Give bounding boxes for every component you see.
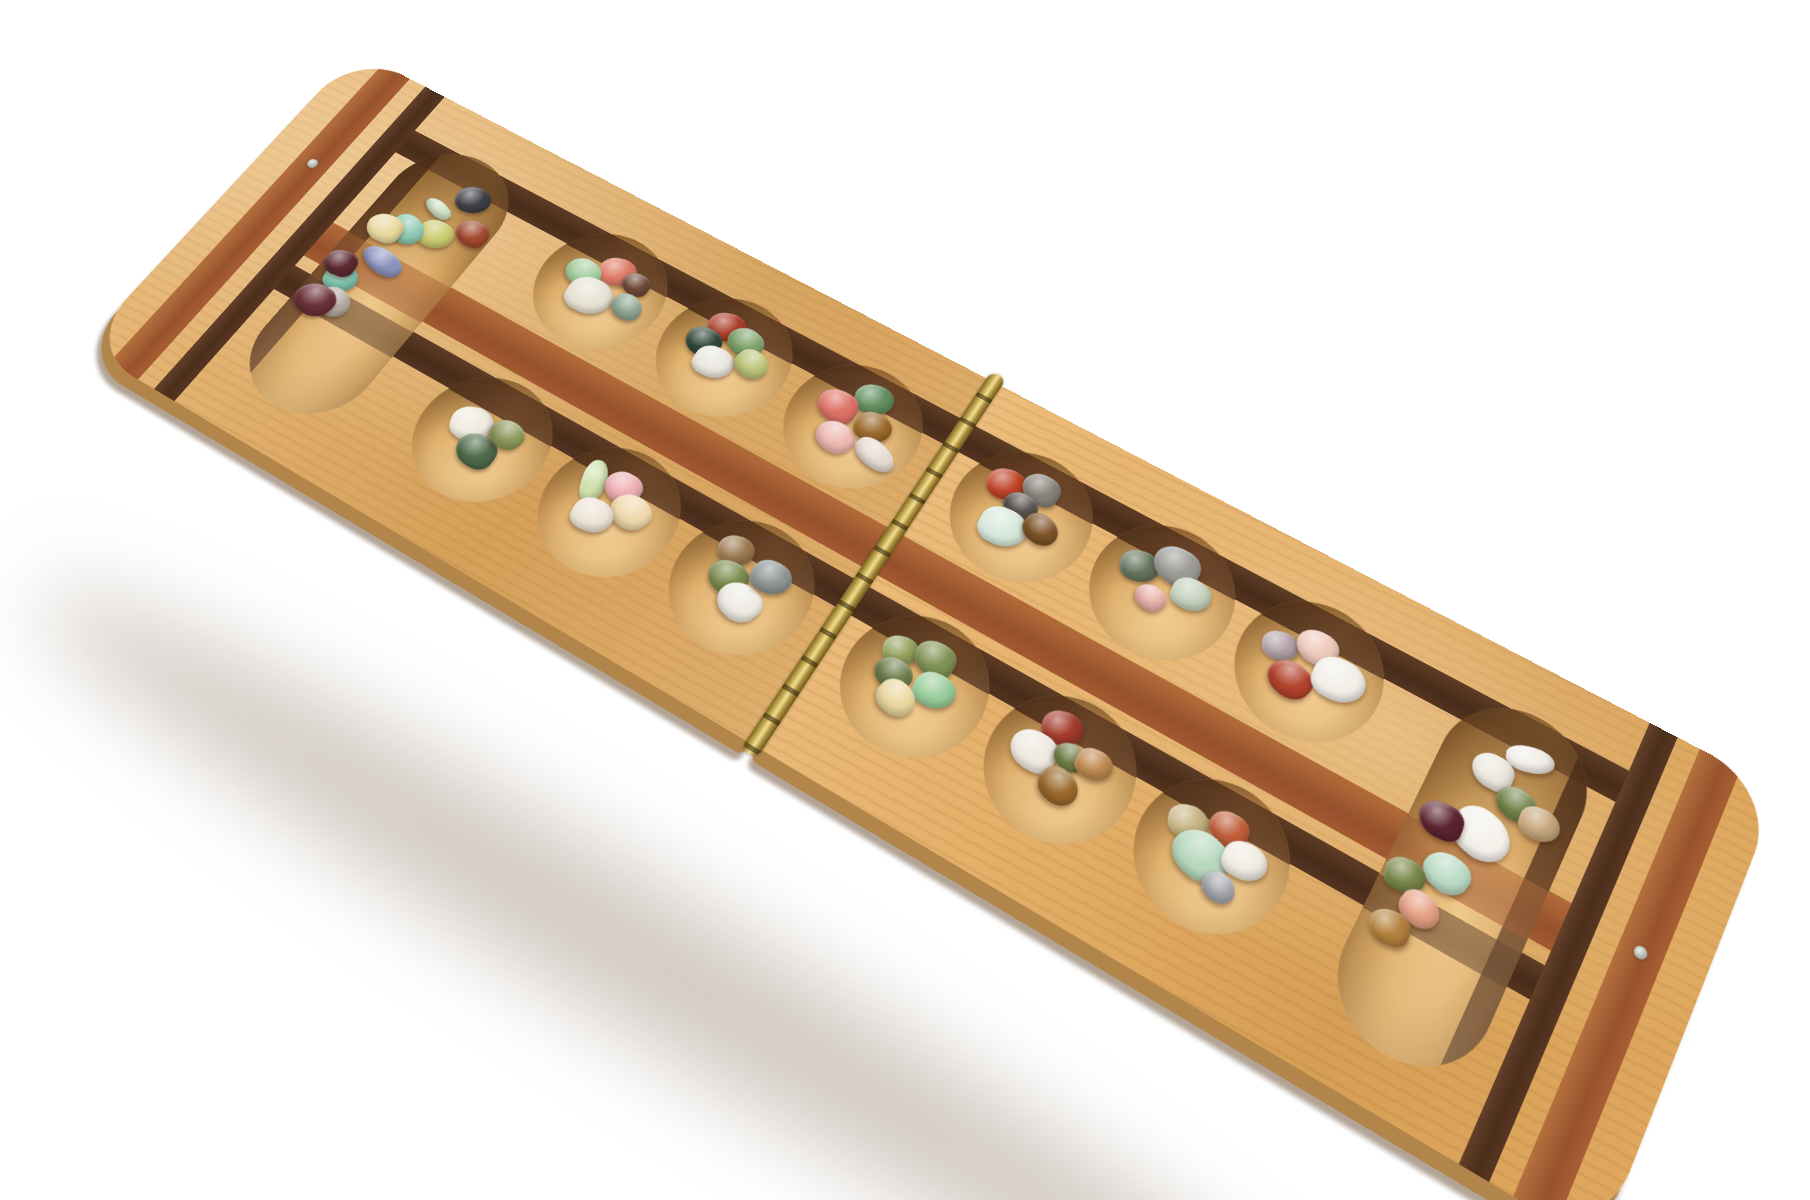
photo-scene: [0, 0, 1810, 1200]
mancala-board: [82, 51, 1779, 1200]
